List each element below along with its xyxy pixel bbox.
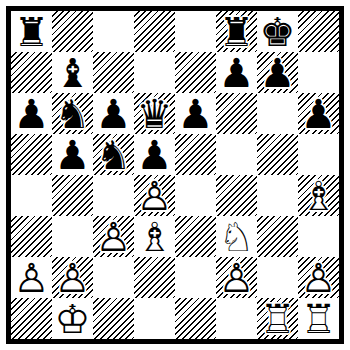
black-pawn: ♟ [298,93,339,134]
white-bishop: ♗ [134,216,175,257]
white-pawn-fill: ♟ [298,257,339,298]
square-f3[interactable]: ♞♘ [216,216,257,257]
white-pawn: ♙ [216,257,257,298]
square-b2[interactable]: ♟♙ [52,257,93,298]
square-b3[interactable] [52,216,93,257]
square-h3[interactable] [298,216,339,257]
black-king: ♚ [257,11,298,52]
square-g5[interactable] [257,134,298,175]
black-pawn: ♟ [134,134,175,175]
square-f2[interactable]: ♟♙ [216,257,257,298]
white-pawn-fill: ♟ [93,216,134,257]
black-pawn: ♟ [93,93,134,134]
white-knight: ♘ [216,216,257,257]
white-pawn-fill: ♟ [216,257,257,298]
black-knight: ♞ [52,93,93,134]
square-f6[interactable] [216,93,257,134]
square-d6[interactable]: ♛ [134,93,175,134]
square-h2[interactable]: ♟♙ [298,257,339,298]
white-pawn: ♙ [298,257,339,298]
white-rook-fill: ♜ [298,298,339,339]
square-a2[interactable]: ♟♙ [11,257,52,298]
square-g4[interactable] [257,175,298,216]
square-g3[interactable] [257,216,298,257]
square-e4[interactable] [175,175,216,216]
square-e6[interactable]: ♟ [175,93,216,134]
white-rook: ♖ [298,298,339,339]
square-c6[interactable]: ♟ [93,93,134,134]
square-g7[interactable]: ♟ [257,52,298,93]
square-a7[interactable] [11,52,52,93]
square-e8[interactable] [175,11,216,52]
square-e3[interactable] [175,216,216,257]
square-g1[interactable]: ♜♖ [257,298,298,339]
white-bishop-fill: ♝ [134,216,175,257]
black-pawn: ♟ [175,93,216,134]
square-d3[interactable]: ♝♗ [134,216,175,257]
white-pawn: ♙ [52,257,93,298]
chess-board: ♜♜♚♝♟♟♟♞♟♛♟♟♟♞♟♟♙♝♗♟♙♝♗♞♘♟♙♟♙♟♙♟♙♚♔♜♖♜♖ [11,11,339,339]
square-b4[interactable] [52,175,93,216]
black-queen: ♛ [134,93,175,134]
white-pawn-fill: ♟ [52,257,93,298]
black-bishop: ♝ [52,52,93,93]
board-frame: ♜♜♚♝♟♟♟♞♟♛♟♟♟♞♟♟♙♝♗♟♙♝♗♞♘♟♙♟♙♟♙♟♙♚♔♜♖♜♖ [6,6,344,344]
square-c3[interactable]: ♟♙ [93,216,134,257]
square-g2[interactable] [257,257,298,298]
square-d5[interactable]: ♟ [134,134,175,175]
square-b7[interactable]: ♝ [52,52,93,93]
square-f4[interactable] [216,175,257,216]
square-a8[interactable]: ♜ [11,11,52,52]
square-d2[interactable] [134,257,175,298]
square-h5[interactable] [298,134,339,175]
square-h8[interactable] [298,11,339,52]
black-pawn: ♟ [52,134,93,175]
white-pawn: ♙ [134,175,175,216]
square-b1[interactable]: ♚♔ [52,298,93,339]
white-king-fill: ♚ [52,298,93,339]
square-g6[interactable] [257,93,298,134]
square-d1[interactable] [134,298,175,339]
white-bishop: ♗ [298,175,339,216]
white-pawn-fill: ♟ [11,257,52,298]
square-h7[interactable] [298,52,339,93]
black-pawn: ♟ [257,52,298,93]
square-e5[interactable] [175,134,216,175]
square-h6[interactable]: ♟ [298,93,339,134]
square-a3[interactable] [11,216,52,257]
square-c5[interactable]: ♞ [93,134,134,175]
square-c7[interactable] [93,52,134,93]
white-rook: ♖ [257,298,298,339]
square-g8[interactable]: ♚ [257,11,298,52]
black-rook: ♜ [11,11,52,52]
square-a5[interactable] [11,134,52,175]
square-c8[interactable] [93,11,134,52]
white-knight-fill: ♞ [216,216,257,257]
chess-diagram: ♜♜♚♝♟♟♟♞♟♛♟♟♟♞♟♟♙♝♗♟♙♝♗♞♘♟♙♟♙♟♙♟♙♚♔♜♖♜♖ [0,0,350,350]
black-rook: ♜ [216,11,257,52]
square-b6[interactable]: ♞ [52,93,93,134]
square-h4[interactable]: ♝♗ [298,175,339,216]
square-f1[interactable] [216,298,257,339]
white-pawn-fill: ♟ [134,175,175,216]
square-b8[interactable] [52,11,93,52]
square-f7[interactable]: ♟ [216,52,257,93]
square-c2[interactable] [93,257,134,298]
white-pawn: ♙ [11,257,52,298]
square-a4[interactable] [11,175,52,216]
square-a6[interactable]: ♟ [11,93,52,134]
black-pawn: ♟ [11,93,52,134]
black-knight: ♞ [93,134,134,175]
white-rook-fill: ♜ [257,298,298,339]
square-d4[interactable]: ♟♙ [134,175,175,216]
square-b5[interactable]: ♟ [52,134,93,175]
square-h1[interactable]: ♜♖ [298,298,339,339]
square-e2[interactable] [175,257,216,298]
white-king: ♔ [52,298,93,339]
square-e1[interactable] [175,298,216,339]
square-d7[interactable] [134,52,175,93]
square-c4[interactable] [93,175,134,216]
black-pawn: ♟ [216,52,257,93]
white-pawn: ♙ [93,216,134,257]
square-a1[interactable] [11,298,52,339]
square-f5[interactable] [216,134,257,175]
white-bishop-fill: ♝ [298,175,339,216]
square-f8[interactable]: ♜ [216,11,257,52]
square-c1[interactable] [93,298,134,339]
square-d8[interactable] [134,11,175,52]
square-e7[interactable] [175,52,216,93]
